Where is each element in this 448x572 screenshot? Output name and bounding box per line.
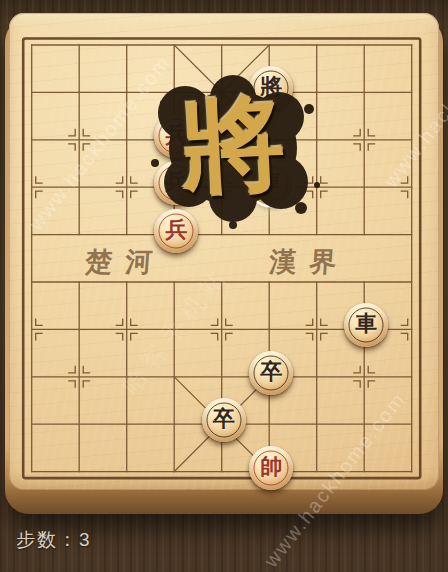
red-general[interactable]: 帥	[249, 446, 293, 490]
xiangqi-game-screen: 楚河 漢界 將兵兵車兵車卒卒帥 將 www.hackhome.com	[0, 0, 448, 572]
move-counter: 步数：3	[16, 527, 92, 553]
river-label-hanjie: 漢界	[255, 244, 351, 280]
piece-glyph: 卒	[213, 404, 235, 434]
piece-glyph: 車	[355, 309, 377, 339]
piece-glyph: 兵	[165, 215, 187, 245]
black-soldier[interactable]: 卒	[249, 351, 293, 395]
piece-glyph: 兵	[165, 167, 187, 197]
piece-glyph: 帥	[260, 452, 282, 482]
black-soldier[interactable]: 卒	[202, 398, 246, 442]
piece-glyph: 兵	[165, 120, 187, 150]
piece-glyph: 車	[260, 167, 282, 197]
red-soldier[interactable]: 兵	[154, 209, 198, 253]
piece-glyph: 將	[260, 72, 282, 102]
red-soldier[interactable]: 兵	[154, 114, 198, 158]
piece-glyph: 卒	[260, 357, 282, 387]
river-label-chuhe: 楚河	[71, 244, 167, 280]
